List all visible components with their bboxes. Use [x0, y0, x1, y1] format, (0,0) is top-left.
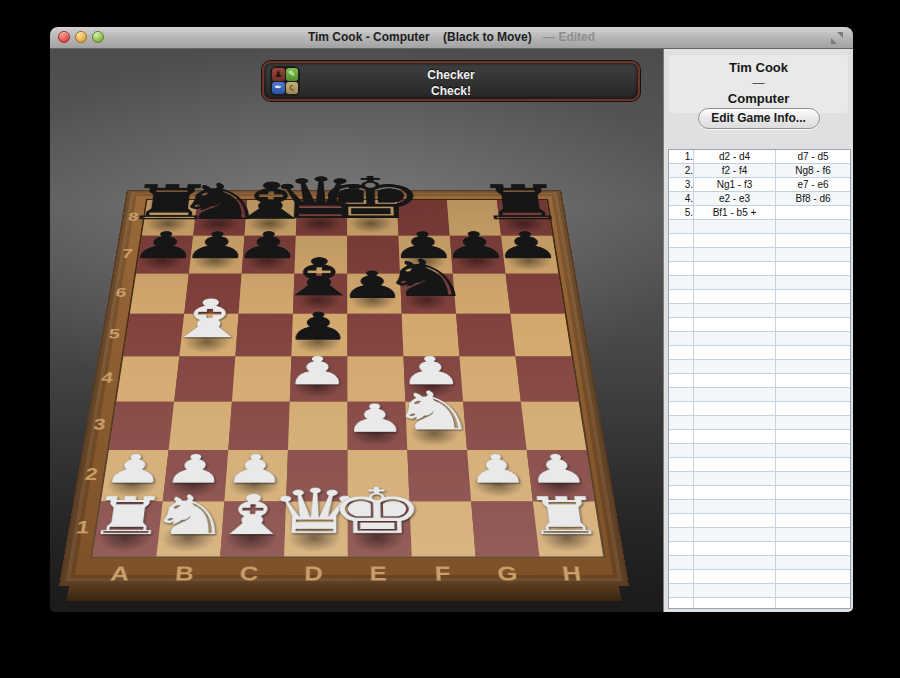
- white-move: [694, 542, 776, 556]
- players-separator: —: [669, 76, 848, 90]
- move-number: 5.: [669, 206, 694, 220]
- black-move: [776, 486, 851, 500]
- black-move: [776, 374, 851, 388]
- square-a4[interactable]: [116, 356, 179, 401]
- black-move: [776, 556, 851, 570]
- move-row[interactable]: [669, 556, 850, 570]
- move-row[interactable]: [669, 598, 850, 610]
- move-row[interactable]: [669, 472, 850, 486]
- move-number: [669, 416, 694, 430]
- piece-glyph: ♚: [299, 169, 444, 227]
- move-row[interactable]: [669, 346, 850, 360]
- move-number: [669, 304, 694, 318]
- square-h4[interactable]: [516, 356, 579, 401]
- window-title: Tim Cook - Computer (Black to Move) — Ed…: [50, 30, 853, 44]
- move-number: [669, 388, 694, 402]
- move-row[interactable]: [669, 570, 850, 584]
- move-number: [669, 486, 694, 500]
- banner-check-message: Check!: [264, 83, 638, 99]
- white-move: Ng1 - f3: [694, 178, 776, 192]
- move-number: [669, 276, 694, 290]
- move-number: [669, 500, 694, 514]
- move-number: [669, 248, 694, 262]
- white-move: [694, 528, 776, 542]
- move-number: 3.: [669, 178, 694, 192]
- move-row[interactable]: [669, 276, 850, 290]
- file-label-C: C: [216, 557, 282, 588]
- window-title-state: (Black to Move): [443, 30, 532, 44]
- black-move: [776, 528, 851, 542]
- piece-w-N-f3[interactable]: ♞: [404, 400, 466, 448]
- black-move: [776, 458, 851, 472]
- black-move: [776, 416, 851, 430]
- black-move: [776, 318, 851, 332]
- game-view: ♟ ✎ ✒ ς Checker Check! 87654321ABCDEFGH …: [50, 49, 663, 612]
- move-list-table: 1.d2 - d4d7 - d52.f2 - f4Ng8 - f63.Ng1 -…: [669, 150, 850, 609]
- move-row[interactable]: [669, 290, 850, 304]
- black-move: [776, 276, 851, 290]
- white-move: [694, 514, 776, 528]
- white-move: [694, 416, 776, 430]
- white-move: [694, 234, 776, 248]
- black-move: [776, 430, 851, 444]
- white-move: [694, 290, 776, 304]
- file-label-B: B: [151, 557, 218, 588]
- move-row[interactable]: 3.Ng1 - f3e7 - e6: [669, 178, 850, 192]
- move-row[interactable]: [669, 304, 850, 318]
- black-move: [776, 332, 851, 346]
- move-row[interactable]: [669, 486, 850, 500]
- move-row[interactable]: [669, 444, 850, 458]
- fullscreen-resize-icon[interactable]: [831, 32, 843, 44]
- move-row[interactable]: [669, 318, 850, 332]
- move-row[interactable]: [669, 262, 850, 276]
- move-number: [669, 346, 694, 360]
- banner-text: Checker Check!: [264, 67, 638, 99]
- move-row[interactable]: [669, 430, 850, 444]
- black-move: Ng8 - f6: [776, 164, 851, 178]
- move-number: [669, 220, 694, 234]
- game-info-sidebar: Tim Cook — Computer Edit Game Info... 1.…: [663, 49, 853, 612]
- piece-glyph: ♞: [350, 384, 519, 438]
- move-row[interactable]: [669, 332, 850, 346]
- move-number: 2.: [669, 164, 694, 178]
- black-move: [776, 206, 851, 220]
- move-row[interactable]: 4.e2 - e3Bf8 - d6: [669, 192, 850, 206]
- chess-board-frame: 87654321ABCDEFGH ♜♞♝♛♚♜♟♟♟♟♟♟♝♟♞♟♝♟♟♟♞♟♟…: [59, 190, 629, 586]
- file-label-E: E: [346, 557, 411, 588]
- piece-glyph: ♚: [287, 480, 467, 543]
- move-number: [669, 332, 694, 346]
- titlebar[interactable]: Tim Cook - Computer (Black to Move) — Ed…: [50, 27, 853, 49]
- move-number: [669, 318, 694, 332]
- move-row[interactable]: [669, 500, 850, 514]
- file-label-H: H: [538, 557, 607, 588]
- black-move: [776, 304, 851, 318]
- white-move: [694, 402, 776, 416]
- edit-game-info-button[interactable]: Edit Game Info...: [698, 108, 820, 129]
- move-number: [669, 360, 694, 374]
- square-b3[interactable]: [169, 402, 232, 450]
- white-move: [694, 444, 776, 458]
- piece-glyph: ♜: [473, 491, 658, 543]
- white-move: [694, 248, 776, 262]
- move-number: 1.: [669, 150, 694, 164]
- black-player-name: Computer: [669, 90, 848, 107]
- black-move: [776, 248, 851, 262]
- move-row[interactable]: [669, 514, 850, 528]
- move-number: [669, 402, 694, 416]
- black-move: [776, 472, 851, 486]
- file-label-F: F: [410, 557, 476, 588]
- move-row[interactable]: 1.d2 - d4d7 - d5: [669, 150, 850, 164]
- black-move: d7 - d5: [776, 150, 851, 164]
- move-number: [669, 458, 694, 472]
- white-move: [694, 486, 776, 500]
- piece-w-K-e1[interactable]: ♚: [346, 500, 410, 555]
- square-h3[interactable]: [521, 402, 586, 450]
- square-h6[interactable]: [506, 274, 565, 314]
- white-move: [694, 332, 776, 346]
- black-move: [776, 402, 851, 416]
- file-label-A: A: [86, 557, 155, 588]
- black-move: [776, 346, 851, 360]
- move-number: [669, 514, 694, 528]
- chess-board-scene: 87654321ABCDEFGH ♜♞♝♛♚♜♟♟♟♟♟♟♝♟♞♟♝♟♟♟♞♟♟…: [59, 49, 629, 586]
- white-move: [694, 262, 776, 276]
- piece-glyph: ♞: [350, 252, 504, 304]
- black-move: [776, 584, 851, 598]
- square-b4[interactable]: [174, 356, 235, 401]
- white-move: [694, 220, 776, 234]
- move-number: [669, 556, 694, 570]
- move-number: [669, 262, 694, 276]
- move-number: [669, 584, 694, 598]
- white-move: e2 - e3: [694, 192, 776, 206]
- white-move: [694, 374, 776, 388]
- players-panel: Tim Cook — Computer: [669, 55, 848, 113]
- move-row[interactable]: [669, 360, 850, 374]
- black-move: [776, 290, 851, 304]
- move-row[interactable]: [669, 374, 850, 388]
- move-row[interactable]: [669, 234, 850, 248]
- move-number: [669, 542, 694, 556]
- move-number: [669, 444, 694, 458]
- square-a3[interactable]: [109, 402, 174, 450]
- check-announcement-banner: ♟ ✎ ✒ ς Checker Check!: [262, 61, 640, 101]
- file-label-G: G: [474, 557, 542, 588]
- white-move: Bf1 - b5 +: [694, 206, 776, 220]
- white-move: [694, 584, 776, 598]
- white-move: [694, 388, 776, 402]
- white-move: [694, 304, 776, 318]
- piece-glyph: ♝: [128, 293, 288, 346]
- black-move: [776, 514, 851, 528]
- white-move: [694, 276, 776, 290]
- file-label-D: D: [281, 557, 346, 588]
- move-row[interactable]: 2.f2 - f4Ng8 - f6: [669, 164, 850, 178]
- move-number: [669, 472, 694, 486]
- white-move: [694, 458, 776, 472]
- square-h5[interactable]: [510, 314, 571, 357]
- move-number: [669, 528, 694, 542]
- black-move: [776, 388, 851, 402]
- board-front-edge: [66, 586, 622, 601]
- black-move: [776, 570, 851, 584]
- window-title-edited: — Edited: [543, 30, 595, 44]
- white-move: [694, 570, 776, 584]
- piece-w-R-h1[interactable]: ♜: [531, 500, 601, 555]
- square-g5[interactable]: [456, 314, 515, 357]
- move-row[interactable]: [669, 416, 850, 430]
- move-number: [669, 598, 694, 610]
- black-move: [776, 542, 851, 556]
- move-number: 4.: [669, 192, 694, 206]
- move-row[interactable]: [669, 542, 850, 556]
- white-move: f2 - f4: [694, 164, 776, 178]
- white-move: [694, 346, 776, 360]
- move-row[interactable]: [669, 458, 850, 472]
- white-move: [694, 472, 776, 486]
- black-move: [776, 360, 851, 374]
- move-row[interactable]: 5.Bf1 - b5 +: [669, 206, 850, 220]
- piece-glyph: ♜: [447, 179, 596, 227]
- piece-glyph: ♟: [470, 449, 647, 489]
- black-move: [776, 262, 851, 276]
- move-number: [669, 290, 694, 304]
- move-row[interactable]: [669, 402, 850, 416]
- move-number: [669, 430, 694, 444]
- square-c3[interactable]: [228, 402, 289, 450]
- move-number: [669, 374, 694, 388]
- black-move: Bf8 - d6: [776, 192, 851, 206]
- white-move: [694, 598, 776, 610]
- white-move: [694, 430, 776, 444]
- black-move: [776, 500, 851, 514]
- move-number: [669, 570, 694, 584]
- chess-app-window: Tim Cook - Computer (Black to Move) — Ed…: [50, 27, 853, 612]
- white-move: d2 - d4: [694, 150, 776, 164]
- white-player-name: Tim Cook: [669, 59, 848, 76]
- move-row[interactable]: [669, 388, 850, 402]
- white-move: [694, 500, 776, 514]
- white-move: [694, 318, 776, 332]
- white-move: [694, 556, 776, 570]
- move-row[interactable]: [669, 528, 850, 542]
- black-move: [776, 598, 851, 610]
- move-row[interactable]: [669, 584, 850, 598]
- move-row[interactable]: [669, 220, 850, 234]
- black-move: [776, 444, 851, 458]
- piece-b-P-h7[interactable]: ♟: [499, 235, 556, 273]
- window-title-main: Tim Cook - Computer: [308, 30, 430, 44]
- move-list-panel[interactable]: 1.d2 - d4d7 - d52.f2 - f4Ng8 - f63.Ng1 -…: [668, 149, 851, 609]
- black-move: e7 - e6: [776, 178, 851, 192]
- piece-w-P-d4[interactable]: ♟: [288, 355, 346, 400]
- white-move: [694, 360, 776, 374]
- banner-voice-name: Checker: [264, 67, 638, 83]
- black-move: [776, 234, 851, 248]
- black-move: [776, 220, 851, 234]
- move-row[interactable]: [669, 248, 850, 262]
- move-number: [669, 234, 694, 248]
- piece-w-B-b5[interactable]: ♝: [178, 313, 237, 356]
